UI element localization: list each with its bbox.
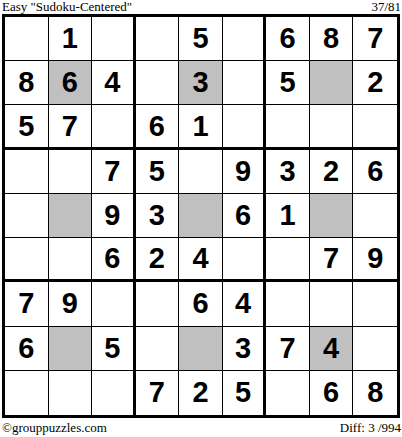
- cell-r5c1[interactable]: [5, 194, 49, 238]
- cell-r1c4[interactable]: [136, 17, 180, 61]
- cell-r6c9[interactable]: 9: [353, 238, 397, 282]
- cell-r9c6[interactable]: 5: [223, 371, 267, 415]
- cell-r4c1[interactable]: [5, 150, 49, 194]
- cell-r8c3[interactable]: 5: [92, 327, 136, 371]
- cell-r9c2[interactable]: [49, 371, 93, 415]
- cell-r8c4[interactable]: [136, 327, 180, 371]
- cell-r4c4[interactable]: 5: [136, 150, 180, 194]
- cell-r7c6[interactable]: 4: [223, 282, 267, 326]
- cell-r7c9[interactable]: [353, 282, 397, 326]
- cell-r5c5[interactable]: [179, 194, 223, 238]
- cell-r6c7[interactable]: [266, 238, 310, 282]
- cell-r1c7[interactable]: 6: [266, 17, 310, 61]
- cell-r1c2[interactable]: 1: [49, 17, 93, 61]
- sudoku-board: 1568786435257617593269361624797964653747…: [2, 14, 400, 418]
- cell-r3c1[interactable]: 5: [5, 105, 49, 149]
- difficulty-text: Diff: 3 /994: [340, 421, 401, 435]
- cell-r6c6[interactable]: [223, 238, 267, 282]
- cell-r7c7[interactable]: [266, 282, 310, 326]
- cell-r3c7[interactable]: [266, 105, 310, 149]
- cell-r6c5[interactable]: 4: [179, 238, 223, 282]
- cell-r4c6[interactable]: 9: [223, 150, 267, 194]
- cell-r1c8[interactable]: 8: [310, 17, 354, 61]
- cell-r9c3[interactable]: [92, 371, 136, 415]
- cell-r9c9[interactable]: 8: [353, 371, 397, 415]
- cell-r6c4[interactable]: 2: [136, 238, 180, 282]
- cell-r2c3[interactable]: 4: [92, 61, 136, 105]
- cell-r8c1[interactable]: 6: [5, 327, 49, 371]
- cell-r9c7[interactable]: [266, 371, 310, 415]
- cell-r9c4[interactable]: 7: [136, 371, 180, 415]
- cell-r2c8[interactable]: [310, 61, 354, 105]
- cell-r5c7[interactable]: 1: [266, 194, 310, 238]
- cell-r2c2[interactable]: 6: [49, 61, 93, 105]
- cell-r6c1[interactable]: [5, 238, 49, 282]
- cell-r1c5[interactable]: 5: [179, 17, 223, 61]
- cell-r2c1[interactable]: 8: [5, 61, 49, 105]
- cell-r3c4[interactable]: 6: [136, 105, 180, 149]
- cell-r1c9[interactable]: 7: [353, 17, 397, 61]
- cell-r9c8[interactable]: 6: [310, 371, 354, 415]
- cell-r9c1[interactable]: [5, 371, 49, 415]
- cell-r4c3[interactable]: 7: [92, 150, 136, 194]
- puzzle-title: Easy "Sudoku-Centered": [2, 0, 132, 14]
- cell-r9c5[interactable]: 2: [179, 371, 223, 415]
- cell-r2c7[interactable]: 5: [266, 61, 310, 105]
- page-header: Easy "Sudoku-Centered" 37/81: [2, 0, 401, 14]
- cell-r5c3[interactable]: 9: [92, 194, 136, 238]
- cell-r7c2[interactable]: 9: [49, 282, 93, 326]
- cell-r6c2[interactable]: [49, 238, 93, 282]
- cell-r2c5[interactable]: 3: [179, 61, 223, 105]
- cell-r4c7[interactable]: 3: [266, 150, 310, 194]
- cell-r5c8[interactable]: [310, 194, 354, 238]
- cell-r2c6[interactable]: [223, 61, 267, 105]
- cell-r4c2[interactable]: [49, 150, 93, 194]
- cell-r1c6[interactable]: [223, 17, 267, 61]
- page-footer: ©grouppuzzles.com Diff: 3 /994: [2, 421, 401, 435]
- cell-r3c9[interactable]: [353, 105, 397, 149]
- cell-r3c5[interactable]: 1: [179, 105, 223, 149]
- cell-r8c8[interactable]: 4: [310, 327, 354, 371]
- cell-r5c4[interactable]: 3: [136, 194, 180, 238]
- cell-r7c8[interactable]: [310, 282, 354, 326]
- cell-r2c4[interactable]: [136, 61, 180, 105]
- cell-r8c7[interactable]: 7: [266, 327, 310, 371]
- cell-r1c1[interactable]: [5, 17, 49, 61]
- cell-r4c8[interactable]: 2: [310, 150, 354, 194]
- cell-r7c3[interactable]: [92, 282, 136, 326]
- cell-r7c4[interactable]: [136, 282, 180, 326]
- cell-r3c3[interactable]: [92, 105, 136, 149]
- cell-r8c9[interactable]: [353, 327, 397, 371]
- cell-r4c9[interactable]: 6: [353, 150, 397, 194]
- cell-r3c2[interactable]: 7: [49, 105, 93, 149]
- copyright-text: ©grouppuzzles.com: [2, 421, 107, 435]
- cell-r3c8[interactable]: [310, 105, 354, 149]
- cell-r3c6[interactable]: [223, 105, 267, 149]
- cell-r8c5[interactable]: [179, 327, 223, 371]
- cell-r1c3[interactable]: [92, 17, 136, 61]
- cell-r8c2[interactable]: [49, 327, 93, 371]
- cell-r6c8[interactable]: 7: [310, 238, 354, 282]
- puzzle-counter: 37/81: [371, 0, 401, 14]
- cell-r6c3[interactable]: 6: [92, 238, 136, 282]
- cell-r5c9[interactable]: [353, 194, 397, 238]
- cell-r2c9[interactable]: 2: [353, 61, 397, 105]
- cell-r7c5[interactable]: 6: [179, 282, 223, 326]
- cell-r5c2[interactable]: [49, 194, 93, 238]
- cell-r4c5[interactable]: [179, 150, 223, 194]
- cell-r5c6[interactable]: 6: [223, 194, 267, 238]
- cell-r7c1[interactable]: 7: [5, 282, 49, 326]
- cell-r8c6[interactable]: 3: [223, 327, 267, 371]
